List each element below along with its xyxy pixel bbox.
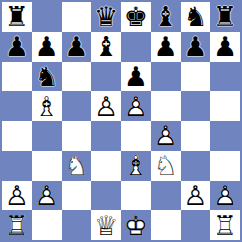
square-c6[interactable] — [62, 62, 92, 92]
square-e4[interactable] — [121, 121, 151, 151]
white-pawn-b2: ♟♙ — [32, 181, 62, 211]
black-pawn-g7: ♟ — [181, 32, 211, 62]
white-pawn-h2: ♟♙ — [210, 181, 240, 211]
square-e3[interactable]: ♝♗ — [121, 151, 151, 181]
square-h4[interactable] — [210, 121, 240, 151]
square-a7[interactable]: ♟ — [2, 32, 32, 62]
square-d7[interactable]: ♝ — [91, 32, 121, 62]
square-a8[interactable]: ♜ — [2, 2, 32, 32]
square-g3[interactable] — [181, 151, 211, 181]
square-g5[interactable] — [181, 91, 211, 121]
square-c7[interactable]: ♟ — [62, 32, 92, 62]
square-g6[interactable] — [181, 62, 211, 92]
black-pawn-h7: ♟ — [210, 32, 240, 62]
white-knight-f3: ♞♘ — [151, 151, 181, 181]
square-h8[interactable]: ♜ — [210, 2, 240, 32]
square-c3[interactable]: ♞♘ — [62, 151, 92, 181]
white-queen-d1: ♛♕ — [91, 210, 121, 240]
black-pawn-f7: ♟ — [151, 32, 181, 62]
square-g8[interactable]: ♞ — [181, 2, 211, 32]
black-bishop-d7: ♝ — [91, 32, 121, 62]
square-d4[interactable] — [91, 121, 121, 151]
white-pawn-f4: ♟♙ — [151, 121, 181, 151]
white-bishop-e3: ♝♗ — [121, 151, 151, 181]
black-pawn-b7: ♟ — [32, 32, 62, 62]
square-h5[interactable] — [210, 91, 240, 121]
square-f8[interactable]: ♝ — [151, 2, 181, 32]
square-h1[interactable]: ♜♖ — [210, 210, 240, 240]
square-d2[interactable] — [91, 181, 121, 211]
square-e5[interactable]: ♟♙ — [121, 91, 151, 121]
white-knight-c3: ♞♘ — [62, 151, 92, 181]
square-f7[interactable]: ♟ — [151, 32, 181, 62]
white-bishop-b5: ♝♗ — [32, 91, 62, 121]
black-bishop-f8: ♝ — [151, 2, 181, 32]
square-e8[interactable]: ♚ — [121, 2, 151, 32]
square-g7[interactable]: ♟ — [181, 32, 211, 62]
square-g4[interactable] — [181, 121, 211, 151]
white-pawn-e5: ♟♙ — [121, 91, 151, 121]
square-b8[interactable] — [32, 2, 62, 32]
black-pawn-a7: ♟ — [2, 32, 32, 62]
square-b5[interactable]: ♝♗ — [32, 91, 62, 121]
white-rook-h1: ♜♖ — [210, 210, 240, 240]
square-e1[interactable]: ♚♔ — [121, 210, 151, 240]
square-d5[interactable]: ♟♙ — [91, 91, 121, 121]
white-pawn-g2: ♟♙ — [181, 181, 211, 211]
square-b2[interactable]: ♟♙ — [32, 181, 62, 211]
square-h3[interactable] — [210, 151, 240, 181]
square-g2[interactable]: ♟♙ — [181, 181, 211, 211]
square-f6[interactable] — [151, 62, 181, 92]
square-e2[interactable] — [121, 181, 151, 211]
square-e7[interactable] — [121, 32, 151, 62]
white-king-e1: ♚♔ — [121, 210, 151, 240]
square-a4[interactable] — [2, 121, 32, 151]
square-h6[interactable] — [210, 62, 240, 92]
square-b3[interactable] — [32, 151, 62, 181]
square-h7[interactable]: ♟ — [210, 32, 240, 62]
square-f3[interactable]: ♞♘ — [151, 151, 181, 181]
black-knight-b6: ♞ — [32, 62, 62, 92]
square-b4[interactable] — [32, 121, 62, 151]
black-rook-a8: ♜ — [2, 2, 32, 32]
square-c4[interactable] — [62, 121, 92, 151]
square-e6[interactable]: ♟ — [121, 62, 151, 92]
square-f1[interactable] — [151, 210, 181, 240]
square-d8[interactable]: ♛ — [91, 2, 121, 32]
square-b7[interactable]: ♟ — [32, 32, 62, 62]
square-h2[interactable]: ♟♙ — [210, 181, 240, 211]
square-f4[interactable]: ♟♙ — [151, 121, 181, 151]
square-a5[interactable] — [2, 91, 32, 121]
black-pawn-c7: ♟ — [62, 32, 92, 62]
square-b1[interactable] — [32, 210, 62, 240]
black-knight-g8: ♞ — [181, 2, 211, 32]
square-g1[interactable] — [181, 210, 211, 240]
black-pawn-e6: ♟ — [121, 62, 151, 92]
black-king-e8: ♚ — [121, 2, 151, 32]
square-c5[interactable] — [62, 91, 92, 121]
chess-board: ♜♛♚♝♞♜♟♟♟♝♟♟♟♞♟♝♗♟♙♟♙♟♙♞♘♝♗♞♘♟♙♟♙♟♙♟♙♜♖♛… — [0, 0, 242, 242]
white-pawn-a2: ♟♙ — [2, 181, 32, 211]
square-a1[interactable]: ♜♖ — [2, 210, 32, 240]
square-d3[interactable] — [91, 151, 121, 181]
square-c2[interactable] — [62, 181, 92, 211]
square-f5[interactable] — [151, 91, 181, 121]
square-c1[interactable] — [62, 210, 92, 240]
square-a6[interactable] — [2, 62, 32, 92]
white-rook-a1: ♜♖ — [2, 210, 32, 240]
square-b6[interactable]: ♞ — [32, 62, 62, 92]
square-f2[interactable] — [151, 181, 181, 211]
square-c8[interactable] — [62, 2, 92, 32]
square-d6[interactable] — [91, 62, 121, 92]
square-a2[interactable]: ♟♙ — [2, 181, 32, 211]
square-d1[interactable]: ♛♕ — [91, 210, 121, 240]
white-pawn-d5: ♟♙ — [91, 91, 121, 121]
black-queen-d8: ♛ — [91, 2, 121, 32]
square-a3[interactable] — [2, 151, 32, 181]
black-rook-h8: ♜ — [210, 2, 240, 32]
